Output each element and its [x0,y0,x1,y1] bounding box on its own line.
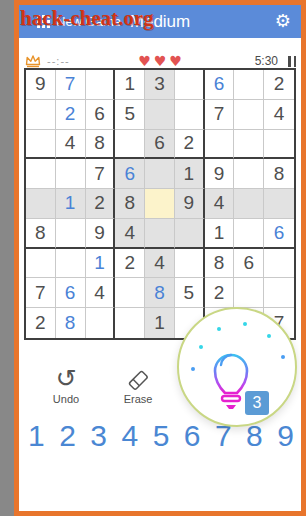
cell-r8c5[interactable]: 8 [145,278,175,308]
cell-r2c4[interactable]: 5 [115,100,145,130]
cell-r3c5[interactable]: 6 [145,130,175,160]
cell-r4c4[interactable]: 6 [115,159,145,189]
cell-r2c1[interactable] [26,100,56,130]
undo-label: Undo [36,393,96,405]
cell-r7c4[interactable]: 2 [115,249,145,279]
heart-icon: ♥ [138,54,151,68]
timer-value: 5:30 [255,54,278,68]
cell-r4c1[interactable] [26,159,56,189]
cell-r9c3[interactable] [86,308,116,338]
cell-r8c2[interactable]: 6 [56,278,86,308]
cell-r1c2[interactable]: 7 [56,70,86,100]
cell-r6c1[interactable]: 8 [26,219,56,249]
cell-r5c6[interactable]: 9 [175,189,205,219]
hint-button[interactable]: 3 [177,307,297,427]
cell-r2c9[interactable]: 4 [264,100,294,130]
menu-grid-icon [37,15,50,28]
cell-r2c8[interactable] [234,100,264,130]
heart-icon: ♥ [154,54,167,68]
numpad-5[interactable]: 5 [151,419,172,453]
cell-r5c8[interactable] [234,189,264,219]
app-header: New Game Medium ⚙ [19,5,301,38]
cell-r5c5[interactable] [145,189,175,219]
lightbulb-icon [179,309,299,429]
new-game-label: New Game [56,14,121,29]
cell-r2c6[interactable] [175,100,205,130]
cell-r6c9[interactable]: 6 [264,219,294,249]
cell-r4c6[interactable]: 1 [175,159,205,189]
hint-count-badge: 3 [245,391,269,415]
erase-button[interactable]: Erase [108,367,168,405]
cell-r1c3[interactable] [86,70,116,100]
heart-icon: ♥ [169,54,182,68]
cell-r5c7[interactable]: 4 [205,189,235,219]
pause-button[interactable] [288,56,296,67]
cell-r6c3[interactable]: 9 [86,219,116,249]
cell-r9c5[interactable]: 1 [145,308,175,338]
eraser-icon [108,367,168,391]
cell-r7c3[interactable]: 1 [86,249,116,279]
cell-r3c1[interactable] [26,130,56,160]
cell-r8c7[interactable]: 2 [205,278,235,308]
cell-r1c7[interactable]: 6 [205,70,235,100]
crown-icon [24,54,42,68]
cell-r2c2[interactable]: 2 [56,100,86,130]
cell-r4c5[interactable] [145,159,175,189]
cell-r6c8[interactable] [234,219,264,249]
numpad-1[interactable]: 1 [26,419,47,453]
cell-r8c1[interactable]: 7 [26,278,56,308]
cell-r1c1[interactable]: 9 [26,70,56,100]
cell-r1c6[interactable] [175,70,205,100]
cell-r8c6[interactable]: 5 [175,278,205,308]
cell-r6c6[interactable] [175,219,205,249]
cell-r8c4[interactable] [115,278,145,308]
settings-gear-icon[interactable]: ⚙ [275,9,291,33]
cell-r1c4[interactable]: 1 [115,70,145,100]
cell-r7c1[interactable] [26,249,56,279]
lives-hearts: ♥♥♥ [138,54,182,68]
cell-r6c7[interactable]: 1 [205,219,235,249]
cell-r3c2[interactable]: 4 [56,130,86,160]
status-bar: --:-- ♥♥♥ 5:30 [24,53,296,69]
cell-r6c4[interactable]: 4 [115,219,145,249]
cell-r4c3[interactable]: 7 [86,159,116,189]
new-game-button[interactable]: New Game [37,14,121,29]
undo-icon: ↺ [36,367,96,391]
cell-r3c9[interactable] [264,130,294,160]
cell-r5c3[interactable]: 2 [86,189,116,219]
cell-r5c2[interactable]: 1 [56,189,86,219]
sudoku-board: 9713622657448627619812894894161248676485… [24,68,296,340]
cell-r2c3[interactable]: 6 [86,100,116,130]
sudoku-app: hack-cheat.org New Game Medium ⚙ --:-- ♥… [14,0,306,516]
cell-r3c8[interactable] [234,130,264,160]
cell-r1c9[interactable]: 2 [264,70,294,100]
cell-r3c6[interactable]: 2 [175,130,205,160]
best-time-value: --:-- [47,55,70,67]
numpad-4[interactable]: 4 [119,419,140,453]
cell-r4c2[interactable] [56,159,86,189]
cell-r6c2[interactable] [56,219,86,249]
cell-r2c7[interactable]: 7 [205,100,235,130]
cell-r9c2[interactable]: 8 [56,308,86,338]
numpad-2[interactable]: 2 [57,419,78,453]
cell-r4c7[interactable]: 9 [205,159,235,189]
cell-r9c4[interactable] [115,308,145,338]
cell-r1c5[interactable]: 3 [145,70,175,100]
cell-r5c9[interactable] [264,189,294,219]
erase-label: Erase [108,393,168,405]
cell-r4c9[interactable]: 8 [264,159,294,189]
cell-r7c9[interactable] [264,249,294,279]
cell-r8c8[interactable] [234,278,264,308]
cell-r4c8[interactable] [234,159,264,189]
cell-r2c5[interactable] [145,100,175,130]
cell-r7c6[interactable] [175,249,205,279]
cell-r3c7[interactable] [205,130,235,160]
cell-r1c8[interactable] [234,70,264,100]
cell-r7c2[interactable] [56,249,86,279]
cell-r5c1[interactable] [26,189,56,219]
cell-r3c4[interactable] [115,130,145,160]
undo-button[interactable]: ↺ Undo [36,367,96,405]
cell-r8c9[interactable] [264,278,294,308]
cell-r7c5[interactable]: 4 [145,249,175,279]
cell-r8c3[interactable]: 4 [86,278,116,308]
cell-r6c5[interactable] [145,219,175,249]
cell-r9c1[interactable]: 2 [26,308,56,338]
cell-r7c7[interactable]: 8 [205,249,235,279]
cell-r5c4[interactable]: 8 [115,189,145,219]
cell-r7c8[interactable]: 6 [234,249,264,279]
numpad-3[interactable]: 3 [88,419,109,453]
cell-r3c3[interactable]: 8 [86,130,116,160]
